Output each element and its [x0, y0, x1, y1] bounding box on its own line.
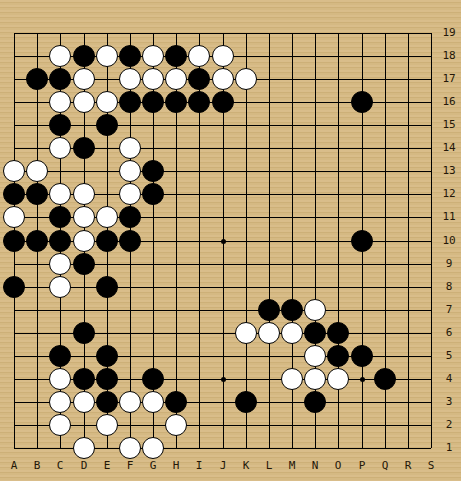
stone-black-D6[interactable]	[73, 322, 95, 344]
stone-black-G13[interactable]	[142, 160, 164, 182]
stone-black-A10[interactable]	[3, 230, 25, 252]
stone-black-I16[interactable]	[188, 91, 210, 113]
column-label-R: R	[400, 459, 416, 473]
stone-black-H16[interactable]	[165, 91, 187, 113]
stone-white-H2[interactable]	[165, 414, 187, 436]
stone-white-F13[interactable]	[119, 160, 141, 182]
stone-white-K17[interactable]	[235, 68, 257, 90]
grid-hline	[14, 310, 431, 311]
stone-black-C11[interactable]	[49, 206, 71, 228]
column-label-Q: Q	[377, 459, 393, 473]
stone-white-E11[interactable]	[96, 206, 118, 228]
column-label-S: S	[423, 459, 439, 473]
stone-black-L7[interactable]	[258, 299, 280, 321]
stone-white-C18[interactable]	[49, 45, 71, 67]
stone-black-N6[interactable]	[304, 322, 326, 344]
stone-black-H18[interactable]	[165, 45, 187, 67]
row-label-9: 9	[438, 257, 460, 271]
stone-black-P16[interactable]	[351, 91, 373, 113]
grid-hline	[14, 287, 431, 288]
stone-white-C2[interactable]	[49, 414, 71, 436]
column-label-I: I	[191, 459, 207, 473]
stone-black-C17[interactable]	[49, 68, 71, 90]
star-point	[360, 377, 365, 382]
stone-black-B17[interactable]	[26, 68, 48, 90]
stone-black-G16[interactable]	[142, 91, 164, 113]
column-label-D: D	[76, 459, 92, 473]
stone-white-D1[interactable]	[73, 437, 95, 459]
go-board-screenshot: ABCDEFGHIJKLMNOPQRS191817161514131211109…	[0, 0, 461, 481]
column-label-F: F	[122, 459, 138, 473]
grid-hline	[14, 425, 431, 426]
grid-vline	[408, 33, 409, 448]
grid-vline	[431, 33, 432, 448]
row-label-4: 4	[438, 372, 460, 386]
stone-white-N7[interactable]	[304, 299, 326, 321]
stone-white-E18[interactable]	[96, 45, 118, 67]
stone-black-D18[interactable]	[73, 45, 95, 67]
stone-white-M6[interactable]	[281, 322, 303, 344]
stone-black-F11[interactable]	[119, 206, 141, 228]
stone-black-C10[interactable]	[49, 230, 71, 252]
row-label-19: 19	[438, 26, 460, 40]
stone-black-I17[interactable]	[188, 68, 210, 90]
grid-vline	[246, 33, 247, 448]
stone-black-C15[interactable]	[49, 114, 71, 136]
stone-black-K3[interactable]	[235, 391, 257, 413]
column-label-N: N	[307, 459, 323, 473]
stone-white-M4[interactable]	[281, 368, 303, 390]
stone-white-C14[interactable]	[49, 137, 71, 159]
stone-white-F3[interactable]	[119, 391, 141, 413]
stone-black-P10[interactable]	[351, 230, 373, 252]
row-label-1: 1	[438, 441, 460, 455]
stone-black-F18[interactable]	[119, 45, 141, 67]
stone-black-F10[interactable]	[119, 230, 141, 252]
stone-white-A11[interactable]	[3, 206, 25, 228]
column-label-J: J	[215, 459, 231, 473]
stone-white-D11[interactable]	[73, 206, 95, 228]
stone-white-F1[interactable]	[119, 437, 141, 459]
stone-white-E2[interactable]	[96, 414, 118, 436]
stone-black-G4[interactable]	[142, 368, 164, 390]
stone-white-A13[interactable]	[3, 160, 25, 182]
stone-black-J16[interactable]	[212, 91, 234, 113]
stone-white-C3[interactable]	[49, 391, 71, 413]
stone-black-M7[interactable]	[281, 299, 303, 321]
stone-white-B13[interactable]	[26, 160, 48, 182]
grid-vline	[269, 33, 270, 448]
row-label-18: 18	[438, 49, 460, 63]
stone-white-C9[interactable]	[49, 253, 71, 275]
stone-white-C16[interactable]	[49, 91, 71, 113]
column-label-H: H	[168, 459, 184, 473]
row-label-13: 13	[438, 164, 460, 178]
stone-white-E16[interactable]	[96, 91, 118, 113]
row-label-17: 17	[438, 72, 460, 86]
stone-white-N4[interactable]	[304, 368, 326, 390]
stone-black-D9[interactable]	[73, 253, 95, 275]
column-label-B: B	[29, 459, 45, 473]
stone-black-P5[interactable]	[351, 345, 373, 367]
stone-black-E15[interactable]	[96, 114, 118, 136]
stone-white-C4[interactable]	[49, 368, 71, 390]
stone-white-D3[interactable]	[73, 391, 95, 413]
row-label-7: 7	[438, 303, 460, 317]
stone-black-F16[interactable]	[119, 91, 141, 113]
stone-black-O6[interactable]	[327, 322, 349, 344]
stone-white-O4[interactable]	[327, 368, 349, 390]
column-label-A: A	[6, 459, 22, 473]
stone-black-H3[interactable]	[165, 391, 187, 413]
row-label-11: 11	[438, 210, 460, 224]
row-label-10: 10	[438, 234, 460, 248]
stone-black-A12[interactable]	[3, 183, 25, 205]
stone-white-K6[interactable]	[235, 322, 257, 344]
stone-white-J18[interactable]	[212, 45, 234, 67]
stone-black-G12[interactable]	[142, 183, 164, 205]
stone-black-D4[interactable]	[73, 368, 95, 390]
stone-white-D17[interactable]	[73, 68, 95, 90]
row-label-16: 16	[438, 95, 460, 109]
stone-white-D10[interactable]	[73, 230, 95, 252]
column-label-M: M	[284, 459, 300, 473]
stone-black-C5[interactable]	[49, 345, 71, 367]
row-label-2: 2	[438, 418, 460, 432]
row-label-15: 15	[438, 118, 460, 132]
stone-black-O5[interactable]	[327, 345, 349, 367]
stone-white-I18[interactable]	[188, 45, 210, 67]
stone-white-F12[interactable]	[119, 183, 141, 205]
row-label-14: 14	[438, 141, 460, 155]
stone-white-C8[interactable]	[49, 276, 71, 298]
stone-white-D12[interactable]	[73, 183, 95, 205]
column-label-O: O	[330, 459, 346, 473]
column-label-G: G	[145, 459, 161, 473]
stone-white-H17[interactable]	[165, 68, 187, 90]
stone-black-B10[interactable]	[26, 230, 48, 252]
column-label-C: C	[52, 459, 68, 473]
stone-black-Q4[interactable]	[374, 368, 396, 390]
stone-white-G17[interactable]	[142, 68, 164, 90]
row-label-5: 5	[438, 349, 460, 363]
column-label-P: P	[354, 459, 370, 473]
row-label-12: 12	[438, 187, 460, 201]
stone-black-N3[interactable]	[304, 391, 326, 413]
column-label-E: E	[99, 459, 115, 473]
stone-black-E4[interactable]	[96, 368, 118, 390]
column-label-K: K	[238, 459, 254, 473]
stone-white-F14[interactable]	[119, 137, 141, 159]
column-label-L: L	[261, 459, 277, 473]
stone-white-G3[interactable]	[142, 391, 164, 413]
row-label-8: 8	[438, 280, 460, 294]
stone-white-L6[interactable]	[258, 322, 280, 344]
stone-white-C12[interactable]	[49, 183, 71, 205]
row-label-3: 3	[438, 395, 460, 409]
stone-black-D14[interactable]	[73, 137, 95, 159]
stone-black-B12[interactable]	[26, 183, 48, 205]
stone-white-J17[interactable]	[212, 68, 234, 90]
stone-white-G18[interactable]	[142, 45, 164, 67]
stone-black-E10[interactable]	[96, 230, 118, 252]
stone-black-E5[interactable]	[96, 345, 118, 367]
row-label-6: 6	[438, 326, 460, 340]
stone-black-A8[interactable]	[3, 276, 25, 298]
stone-white-F17[interactable]	[119, 68, 141, 90]
stone-black-E3[interactable]	[96, 391, 118, 413]
star-point	[221, 377, 226, 382]
stone-white-N5[interactable]	[304, 345, 326, 367]
stone-white-G1[interactable]	[142, 437, 164, 459]
star-point	[221, 239, 226, 244]
stone-white-D16[interactable]	[73, 91, 95, 113]
stone-black-E8[interactable]	[96, 276, 118, 298]
